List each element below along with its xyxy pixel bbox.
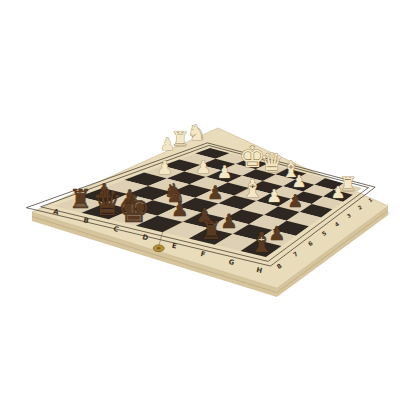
piece-black-rook-f8: ♜ (200, 216, 223, 245)
piece-black-king-c8: ♚ (117, 187, 151, 231)
piece-white-bishop-e4: ♝ (242, 174, 264, 203)
piece-white-pawn-b3: ♟ (196, 157, 212, 177)
chess-set-photo: ABCDEFGH87654321♞♜♟♚♛♟♟♝♟♟♜♝♟♟♟♞♟♟♜♟♛♟♚♟… (0, 0, 400, 400)
piece-black-pawn-f7: ♟ (220, 210, 237, 233)
piece-white-pawn-h2: ♟ (331, 183, 346, 202)
piece-white-pawn-a4: ♟ (157, 157, 173, 178)
piece-black-pawn-d5: ♟ (207, 182, 224, 203)
piece-black-pawn-g4: ♟ (287, 191, 303, 211)
piece-black-bishop-h8: ♝ (249, 226, 274, 259)
piece-white-pawn-f4: ♟ (266, 186, 282, 206)
frame-piece-white-knight: ♞ (187, 120, 206, 145)
piece-white-pawn-c3: ♟ (217, 162, 233, 182)
clasp-center (157, 247, 161, 250)
chessboard: ABCDEFGH87654321♞♜♟♚♛♟♟♝♟♟♜♝♟♟♟♞♟♟♜♟♛♟♚♟… (0, 0, 400, 400)
piece-black-pawn-d7: ♟ (171, 198, 189, 221)
frame-piece-white-pawn: ♟ (160, 134, 175, 154)
piece-white-pawn-f2: ♟ (292, 172, 307, 191)
piece-black-rook-a8: ♜ (69, 184, 92, 214)
